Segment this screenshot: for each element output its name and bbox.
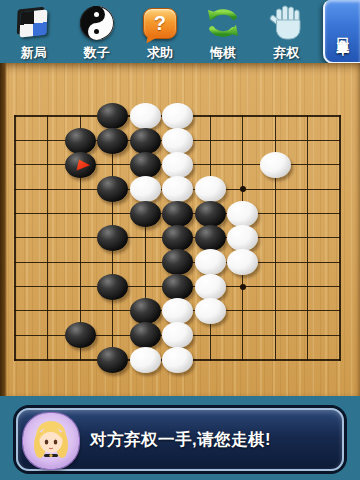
yinyang-icon: [78, 3, 116, 43]
pass-button[interactable]: 弃权: [267, 0, 305, 62]
white-stone[interactable]: [162, 152, 193, 178]
black-stone[interactable]: [130, 322, 161, 348]
help-label: 求助: [147, 44, 173, 62]
black-stone[interactable]: [97, 347, 128, 373]
white-stone[interactable]: [162, 322, 193, 348]
white-stone[interactable]: [227, 249, 258, 275]
white-stone[interactable]: [195, 274, 226, 300]
white-stone[interactable]: [227, 201, 258, 227]
white-stone[interactable]: [130, 347, 161, 373]
undo-button[interactable]: 悔棋: [204, 0, 242, 62]
status-message: 对方弃权一手,请您走棋!: [90, 429, 271, 451]
white-stone[interactable]: [162, 176, 193, 202]
black-stone[interactable]: [130, 298, 161, 324]
black-stone[interactable]: [97, 176, 128, 202]
hand-icon: [267, 3, 305, 43]
black-stone[interactable]: [130, 152, 161, 178]
go-app-screen: 新局 数子 ? 求助: [0, 0, 360, 480]
black-stone[interactable]: [162, 201, 193, 227]
main-menu-button[interactable]: 回主菜单: [323, 0, 360, 64]
white-stone[interactable]: [227, 225, 258, 251]
opponent-avatar: [23, 413, 79, 469]
black-stone[interactable]: [97, 128, 128, 154]
white-stone[interactable]: [195, 298, 226, 324]
black-stone[interactable]: [65, 322, 96, 348]
black-stone[interactable]: [162, 274, 193, 300]
white-stone[interactable]: [195, 249, 226, 275]
count-stones-label: 数子: [84, 44, 110, 62]
count-stones-button[interactable]: 数子: [78, 0, 116, 62]
white-stone[interactable]: [162, 128, 193, 154]
star-point: [240, 284, 246, 290]
black-stone[interactable]: [97, 103, 128, 129]
white-stone[interactable]: [162, 298, 193, 324]
board-left-edge: [0, 63, 7, 396]
help-button[interactable]: ? 求助: [141, 0, 179, 62]
black-stone[interactable]: [195, 201, 226, 227]
recycle-arrows-icon: [204, 3, 242, 43]
undo-label: 悔棋: [210, 44, 236, 62]
white-stone[interactable]: [162, 347, 193, 373]
new-game-button[interactable]: 新局: [15, 0, 53, 62]
question-bubble-icon: ?: [141, 3, 179, 43]
main-menu-label: 回主菜单: [336, 27, 349, 35]
white-stone[interactable]: [162, 103, 193, 129]
checker-cube-icon: [15, 3, 53, 43]
pass-label: 弃权: [273, 44, 299, 62]
black-stone[interactable]: [130, 201, 161, 227]
white-stone[interactable]: [260, 152, 291, 178]
status-banner: 对方弃权一手,请您走棋!: [16, 408, 344, 471]
star-point: [240, 186, 246, 192]
white-stone[interactable]: [130, 103, 161, 129]
black-stone[interactable]: [130, 128, 161, 154]
black-stone[interactable]: [97, 274, 128, 300]
black-stone[interactable]: [65, 128, 96, 154]
white-stone[interactable]: [195, 176, 226, 202]
black-stone[interactable]: [162, 249, 193, 275]
toolbar: 新局 数子 ? 求助: [0, 0, 320, 63]
white-stone[interactable]: [130, 176, 161, 202]
new-game-label: 新局: [21, 44, 47, 62]
black-stone[interactable]: [195, 225, 226, 251]
go-board[interactable]: [0, 63, 360, 396]
black-stone[interactable]: [162, 225, 193, 251]
black-stone[interactable]: [97, 225, 128, 251]
